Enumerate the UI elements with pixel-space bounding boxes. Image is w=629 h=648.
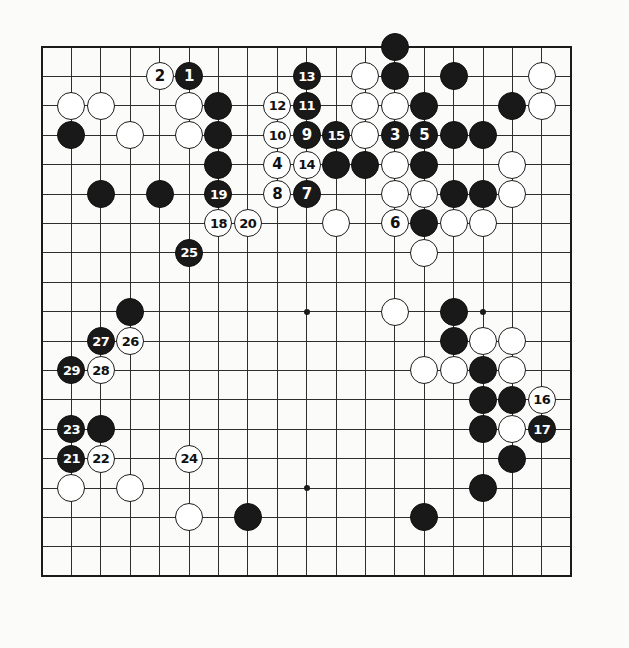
white-stone bbox=[469, 209, 497, 237]
black-stone bbox=[146, 180, 174, 208]
move-number: 17 bbox=[533, 423, 550, 436]
move-number: 11 bbox=[298, 99, 315, 112]
white-stone bbox=[498, 415, 526, 443]
white-stone bbox=[351, 92, 379, 120]
black-stone bbox=[322, 151, 350, 179]
white-stone-move-4: 4 bbox=[263, 151, 291, 179]
move-number: 9 bbox=[302, 128, 312, 143]
move-number: 24 bbox=[181, 452, 198, 465]
black-stone-move-11: 11 bbox=[293, 92, 321, 120]
move-number: 2 bbox=[155, 69, 165, 84]
white-stone bbox=[175, 92, 203, 120]
star-point bbox=[480, 309, 486, 315]
white-stone bbox=[57, 92, 85, 120]
black-stone-move-21: 21 bbox=[57, 445, 85, 473]
black-stone bbox=[116, 298, 144, 326]
black-stone bbox=[57, 121, 85, 149]
move-number: 6 bbox=[390, 216, 400, 231]
black-stone bbox=[469, 180, 497, 208]
black-stone bbox=[351, 151, 379, 179]
white-stone bbox=[528, 92, 556, 120]
white-stone-move-22: 22 bbox=[87, 445, 115, 473]
move-number: 10 bbox=[269, 129, 286, 142]
white-stone bbox=[410, 356, 438, 384]
black-stone bbox=[469, 386, 497, 414]
move-number: 26 bbox=[122, 335, 139, 348]
black-stone-move-17: 17 bbox=[528, 415, 556, 443]
white-stone-move-2: 2 bbox=[146, 62, 174, 90]
move-number: 21 bbox=[63, 452, 80, 465]
black-stone bbox=[440, 327, 468, 355]
black-stone bbox=[469, 121, 497, 149]
white-stone bbox=[381, 151, 409, 179]
black-stone bbox=[440, 121, 468, 149]
white-stone-move-16: 16 bbox=[528, 386, 556, 414]
white-stone bbox=[381, 92, 409, 120]
black-stone bbox=[498, 92, 526, 120]
white-stone bbox=[498, 151, 526, 179]
move-number: 27 bbox=[92, 335, 109, 348]
white-stone bbox=[57, 474, 85, 502]
move-number: 22 bbox=[92, 452, 109, 465]
move-number: 23 bbox=[63, 423, 80, 436]
move-number: 20 bbox=[239, 217, 256, 230]
white-stone-move-12: 12 bbox=[263, 92, 291, 120]
black-stone bbox=[410, 92, 438, 120]
move-number: 3 bbox=[390, 128, 400, 143]
white-stone bbox=[410, 239, 438, 267]
move-number: 25 bbox=[181, 246, 198, 259]
white-stone-move-6: 6 bbox=[381, 209, 409, 237]
black-stone bbox=[410, 209, 438, 237]
move-number: 4 bbox=[272, 157, 282, 172]
white-stone bbox=[440, 209, 468, 237]
white-stone bbox=[381, 298, 409, 326]
printed-diagram-page: 2113121110915354141987182062527262928162… bbox=[0, 0, 629, 648]
white-stone bbox=[175, 121, 203, 149]
move-number: 1 bbox=[184, 69, 194, 84]
move-number: 14 bbox=[298, 158, 315, 171]
move-number: 29 bbox=[63, 364, 80, 377]
black-stone bbox=[498, 445, 526, 473]
star-point bbox=[304, 485, 310, 491]
white-stone-move-28: 28 bbox=[87, 356, 115, 384]
move-number: 16 bbox=[533, 393, 550, 406]
move-number: 15 bbox=[328, 129, 345, 142]
black-stone bbox=[440, 298, 468, 326]
move-number: 7 bbox=[302, 187, 312, 202]
star-point bbox=[304, 309, 310, 315]
black-stone bbox=[440, 180, 468, 208]
black-stone bbox=[204, 151, 232, 179]
black-stone-move-1: 1 bbox=[175, 62, 203, 90]
move-number: 5 bbox=[419, 128, 429, 143]
white-stone bbox=[351, 121, 379, 149]
move-number: 12 bbox=[269, 99, 286, 112]
black-stone bbox=[204, 92, 232, 120]
black-stone bbox=[381, 62, 409, 90]
black-stone-move-25: 25 bbox=[175, 239, 203, 267]
black-stone bbox=[410, 503, 438, 531]
black-stone-move-3: 3 bbox=[381, 121, 409, 149]
white-stone-move-26: 26 bbox=[116, 327, 144, 355]
black-stone-move-23: 23 bbox=[57, 415, 85, 443]
white-stone-move-20: 20 bbox=[234, 209, 262, 237]
black-stone bbox=[204, 121, 232, 149]
black-stone bbox=[469, 415, 497, 443]
white-stone bbox=[351, 62, 379, 90]
black-stone bbox=[410, 151, 438, 179]
white-stone bbox=[498, 180, 526, 208]
white-stone-move-24: 24 bbox=[175, 445, 203, 473]
black-stone bbox=[498, 386, 526, 414]
black-stone-move-9: 9 bbox=[293, 121, 321, 149]
white-stone-move-18: 18 bbox=[204, 209, 232, 237]
move-number: 13 bbox=[298, 70, 315, 83]
move-number: 18 bbox=[210, 217, 227, 230]
move-number: 19 bbox=[210, 188, 227, 201]
black-stone-move-27: 27 bbox=[87, 327, 115, 355]
white-stone bbox=[440, 356, 468, 384]
black-stone bbox=[440, 62, 468, 90]
black-stone bbox=[87, 415, 115, 443]
white-stone bbox=[381, 180, 409, 208]
white-stone-move-14: 14 bbox=[293, 151, 321, 179]
black-stone bbox=[469, 356, 497, 384]
move-number: 8 bbox=[272, 187, 282, 202]
black-stone bbox=[469, 474, 497, 502]
go-board: 2113121110915354141987182062527262928162… bbox=[0, 0, 629, 648]
white-stone-move-10: 10 bbox=[263, 121, 291, 149]
black-stone-move-13: 13 bbox=[293, 62, 321, 90]
white-stone bbox=[175, 503, 203, 531]
black-stone-move-29: 29 bbox=[57, 356, 85, 384]
black-stone bbox=[87, 180, 115, 208]
white-stone bbox=[498, 327, 526, 355]
white-stone bbox=[322, 209, 350, 237]
white-stone bbox=[528, 62, 556, 90]
black-stone-move-7: 7 bbox=[293, 180, 321, 208]
black-stone bbox=[234, 503, 262, 531]
white-stone bbox=[410, 180, 438, 208]
white-stone-move-8: 8 bbox=[263, 180, 291, 208]
white-stone bbox=[469, 327, 497, 355]
move-number: 28 bbox=[92, 364, 109, 377]
black-stone-move-5: 5 bbox=[410, 121, 438, 149]
black-stone-move-15: 15 bbox=[322, 121, 350, 149]
white-stone bbox=[116, 121, 144, 149]
white-stone bbox=[87, 92, 115, 120]
black-stone bbox=[381, 33, 409, 61]
white-stone bbox=[116, 474, 144, 502]
white-stone bbox=[498, 356, 526, 384]
black-stone-move-19: 19 bbox=[204, 180, 232, 208]
